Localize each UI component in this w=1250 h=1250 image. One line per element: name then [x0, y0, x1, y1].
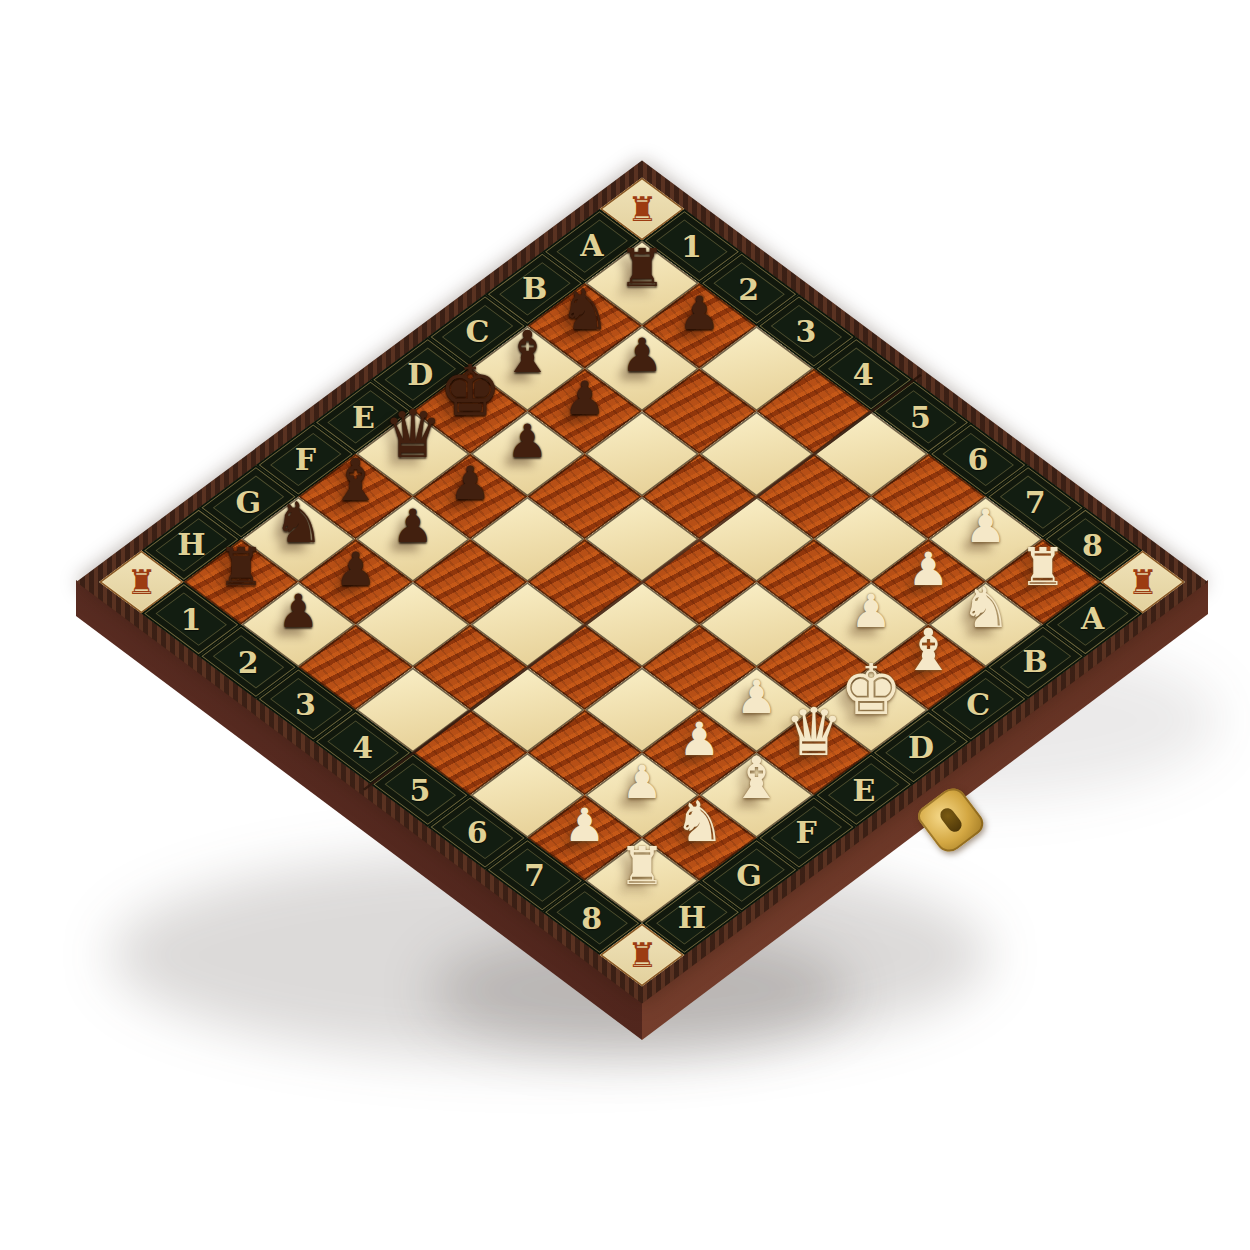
black-pawn-glyph: ♟: [278, 588, 319, 634]
rook-icon: ♜: [627, 189, 657, 229]
black-pawn-glyph: ♟: [679, 289, 720, 335]
file-label-B: B: [1023, 644, 1048, 679]
rook-icon: ♜: [126, 562, 156, 602]
black-pawn-glyph: ♟: [507, 417, 548, 463]
file-label-F: F: [796, 815, 817, 850]
white-pawn-glyph: ♟: [736, 673, 777, 719]
file-label-A: A: [581, 229, 604, 264]
white-pawn-glyph: ♟: [908, 545, 949, 591]
file-label-E: E: [852, 772, 875, 807]
file-label-F: F: [295, 442, 316, 477]
rank-label-4: 4: [353, 730, 374, 765]
file-label-C: C: [966, 687, 990, 722]
board-grid: ♜12345678♜A♜♟♟♜AB♞♟♟♞BC♝♟♟♝CD♚♟♚DE♛♟♟♛EF…: [99, 177, 1185, 986]
black-pawn-glyph: ♟: [335, 545, 376, 591]
rank-label-1: 1: [181, 602, 202, 637]
chess-board: ♜12345678♜A♜♟♟♜AB♞♟♟♞BC♝♟♟♝CD♚♟♚DE♛♟♟♛EF…: [76, 161, 1207, 1004]
rank-label-6: 6: [467, 815, 488, 850]
file-label-D: D: [908, 730, 934, 765]
rank-label-7: 7: [1025, 485, 1046, 520]
file-label-G: G: [736, 858, 762, 893]
black-pawn-glyph: ♟: [392, 503, 433, 549]
file-label-E: E: [352, 399, 375, 434]
white-pawn-glyph: ♟: [965, 503, 1006, 549]
rank-label-5: 5: [911, 399, 932, 434]
rook-icon: ♜: [627, 935, 657, 975]
rank-label-3: 3: [295, 687, 316, 722]
black-pawn-glyph: ♟: [450, 460, 491, 506]
black-pawn-glyph: ♟: [564, 375, 605, 421]
rank-label-8: 8: [582, 900, 603, 935]
rank-label-7: 7: [524, 858, 545, 893]
rank-label-5: 5: [410, 772, 431, 807]
white-pawn-glyph: ♟: [621, 759, 662, 805]
black-pawn-glyph: ♟: [621, 332, 662, 378]
white-pawn-glyph: ♟: [850, 588, 891, 634]
rook-icon: ♜: [1127, 562, 1157, 602]
rank-label-8: 8: [1082, 527, 1103, 562]
white-rook-glyph: ♜: [619, 839, 666, 891]
rank-label-1: 1: [681, 229, 702, 264]
file-label-A: A: [1081, 602, 1104, 637]
white-pawn-glyph: ♟: [679, 716, 720, 762]
chess-set-photo: ♜12345678♜A♜♟♟♜AB♞♟♟♞BC♝♟♟♝CD♚♟♚DE♛♟♟♛EF…: [0, 0, 1250, 1250]
rank-label-6: 6: [968, 442, 989, 477]
rank-label-2: 2: [238, 644, 259, 679]
file-label-H: H: [678, 900, 706, 935]
rank-label-2: 2: [739, 271, 760, 306]
rank-label-3: 3: [796, 314, 817, 349]
white-pawn-glyph: ♟: [564, 801, 605, 847]
white-rook-glyph: ♜: [1020, 540, 1067, 592]
rank-label-4: 4: [853, 357, 874, 392]
